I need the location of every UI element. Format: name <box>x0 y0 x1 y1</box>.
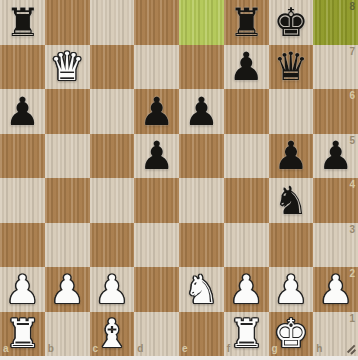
coord-rank-1: 1 <box>349 314 355 324</box>
piece-white-queen[interactable]: ♛ <box>50 47 85 86</box>
piece-black-king[interactable]: ♚ <box>273 3 308 42</box>
piece-white-knight[interactable]: ♞ <box>184 270 219 309</box>
piece-white-pawn[interactable]: ♟ <box>229 270 264 309</box>
square-e8[interactable] <box>179 0 224 45</box>
piece-white-rook[interactable]: ♜ <box>229 314 264 353</box>
piece-white-pawn[interactable]: ♟ <box>273 270 308 309</box>
piece-white-rook[interactable]: ♜ <box>5 314 40 353</box>
piece-black-pawn[interactable]: ♟ <box>139 92 174 131</box>
square-h4[interactable]: 4 <box>313 178 358 223</box>
page-background-strip <box>0 356 358 360</box>
square-f8[interactable]: ♜ <box>224 0 269 45</box>
square-f4[interactable] <box>224 178 269 223</box>
square-b1[interactable]: b <box>45 312 90 357</box>
square-a7[interactable] <box>0 45 45 90</box>
square-b5[interactable] <box>45 134 90 179</box>
square-b3[interactable] <box>45 223 90 268</box>
square-c8[interactable] <box>90 0 135 45</box>
square-e2[interactable]: ♞ <box>179 267 224 312</box>
square-d7[interactable] <box>134 45 179 90</box>
coord-rank-7: 7 <box>349 47 355 57</box>
square-b8[interactable] <box>45 0 90 45</box>
square-b2[interactable]: ♟ <box>45 267 90 312</box>
square-f6[interactable] <box>224 89 269 134</box>
piece-white-pawn[interactable]: ♟ <box>318 270 353 309</box>
square-g6[interactable] <box>269 89 314 134</box>
square-e5[interactable] <box>179 134 224 179</box>
piece-black-knight[interactable]: ♞ <box>273 181 308 220</box>
square-g7[interactable]: ♛ <box>269 45 314 90</box>
square-d3[interactable] <box>134 223 179 268</box>
square-d2[interactable] <box>134 267 179 312</box>
square-a8[interactable]: ♜ <box>0 0 45 45</box>
piece-black-pawn[interactable]: ♟ <box>184 92 219 131</box>
square-c4[interactable] <box>90 178 135 223</box>
square-c1[interactable]: ♝c <box>90 312 135 357</box>
square-g2[interactable]: ♟ <box>269 267 314 312</box>
square-c6[interactable] <box>90 89 135 134</box>
piece-black-pawn[interactable]: ♟ <box>318 136 353 175</box>
piece-black-pawn[interactable]: ♟ <box>5 92 40 131</box>
square-g1[interactable]: ♚g <box>269 312 314 357</box>
coord-rank-3: 3 <box>349 225 355 235</box>
piece-black-rook[interactable]: ♜ <box>5 3 40 42</box>
square-d5[interactable]: ♟ <box>134 134 179 179</box>
piece-black-pawn[interactable]: ♟ <box>139 136 174 175</box>
square-a5[interactable] <box>0 134 45 179</box>
square-e3[interactable] <box>179 223 224 268</box>
coord-file-d: d <box>137 344 143 354</box>
square-h8[interactable]: 8 <box>313 0 358 45</box>
coord-file-e: e <box>182 344 188 354</box>
square-g8[interactable]: ♚ <box>269 0 314 45</box>
square-h6[interactable]: 6 <box>313 89 358 134</box>
square-f3[interactable] <box>224 223 269 268</box>
square-a2[interactable]: ♟ <box>0 267 45 312</box>
square-f2[interactable]: ♟ <box>224 267 269 312</box>
square-c3[interactable] <box>90 223 135 268</box>
square-e1[interactable]: e <box>179 312 224 357</box>
chess-board: ♜♜♚8♛♟♛7♟♟♟6♟♟♟5♞43♟♟♟♞♟♟♟2♜ab♝cde♜f♚g1h <box>0 0 358 356</box>
square-c5[interactable] <box>90 134 135 179</box>
resize-handle-line <box>350 349 355 354</box>
square-h7[interactable]: 7 <box>313 45 358 90</box>
coord-rank-4: 4 <box>349 180 355 190</box>
square-g5[interactable]: ♟ <box>269 134 314 179</box>
board-resize-handle[interactable] <box>345 343 357 355</box>
square-h5[interactable]: ♟5 <box>313 134 358 179</box>
square-e7[interactable] <box>179 45 224 90</box>
coord-file-b: b <box>48 344 54 354</box>
square-b4[interactable] <box>45 178 90 223</box>
piece-white-pawn[interactable]: ♟ <box>94 270 129 309</box>
square-c7[interactable] <box>90 45 135 90</box>
square-a3[interactable] <box>0 223 45 268</box>
square-f5[interactable] <box>224 134 269 179</box>
square-e4[interactable] <box>179 178 224 223</box>
square-f1[interactable]: ♜f <box>224 312 269 357</box>
square-e6[interactable]: ♟ <box>179 89 224 134</box>
piece-white-king[interactable]: ♚ <box>273 314 308 353</box>
square-d8[interactable] <box>134 0 179 45</box>
piece-white-bishop[interactable]: ♝ <box>94 314 129 353</box>
square-h3[interactable]: 3 <box>313 223 358 268</box>
square-a1[interactable]: ♜a <box>0 312 45 357</box>
coord-rank-6: 6 <box>349 91 355 101</box>
square-c2[interactable]: ♟ <box>90 267 135 312</box>
square-h2[interactable]: ♟2 <box>313 267 358 312</box>
square-f7[interactable]: ♟ <box>224 45 269 90</box>
piece-white-pawn[interactable]: ♟ <box>5 270 40 309</box>
coord-file-h: h <box>316 344 322 354</box>
piece-black-pawn[interactable]: ♟ <box>229 47 264 86</box>
square-d4[interactable] <box>134 178 179 223</box>
piece-black-queen[interactable]: ♛ <box>273 47 308 86</box>
coord-rank-8: 8 <box>349 2 355 12</box>
square-g3[interactable] <box>269 223 314 268</box>
square-a6[interactable]: ♟ <box>0 89 45 134</box>
square-d1[interactable]: d <box>134 312 179 357</box>
piece-white-pawn[interactable]: ♟ <box>50 270 85 309</box>
square-a4[interactable] <box>0 178 45 223</box>
square-b7[interactable]: ♛ <box>45 45 90 90</box>
square-g4[interactable]: ♞ <box>269 178 314 223</box>
piece-black-pawn[interactable]: ♟ <box>273 136 308 175</box>
piece-black-rook[interactable]: ♜ <box>229 3 264 42</box>
square-d6[interactable]: ♟ <box>134 89 179 134</box>
square-b6[interactable] <box>45 89 90 134</box>
page: ♜♜♚8♛♟♛7♟♟♟6♟♟♟5♞43♟♟♟♞♟♟♟2♜ab♝cde♜f♚g1h <box>0 0 358 360</box>
